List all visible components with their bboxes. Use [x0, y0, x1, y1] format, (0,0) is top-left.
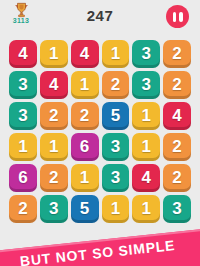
tile[interactable]: 1	[71, 164, 99, 192]
tile[interactable]: 4	[132, 164, 160, 192]
promo-banner: BUT NOT SO SIMPLE	[0, 228, 200, 266]
tile[interactable]: 1	[40, 133, 68, 161]
tile[interactable]: 2	[40, 164, 68, 192]
tile[interactable]: 3	[9, 102, 37, 130]
tile[interactable]: 2	[163, 71, 191, 99]
tile[interactable]: 3	[163, 195, 191, 223]
tile[interactable]: 3	[40, 195, 68, 223]
tile[interactable]: 2	[40, 102, 68, 130]
tile[interactable]: 1	[40, 40, 68, 68]
tile[interactable]: 2	[163, 164, 191, 192]
header-bar: 3113 247	[0, 0, 200, 36]
tile[interactable]: 5	[71, 195, 99, 223]
tile[interactable]: 1	[9, 133, 37, 161]
tile[interactable]: 3	[132, 71, 160, 99]
tile[interactable]: 1	[132, 195, 160, 223]
tile[interactable]: 1	[102, 195, 130, 223]
tile[interactable]: 1	[102, 40, 130, 68]
trophy-button[interactable]: 3113	[7, 2, 35, 24]
tile-grid: 414132341232322514116312621342235113	[9, 40, 191, 223]
tile[interactable]: 3	[132, 40, 160, 68]
trophy-icon	[7, 2, 35, 18]
tile[interactable]: 5	[102, 102, 130, 130]
tile[interactable]: 2	[9, 195, 37, 223]
pause-icon	[173, 12, 183, 22]
tile[interactable]: 6	[9, 164, 37, 192]
pause-button[interactable]	[166, 5, 189, 28]
game-screen: 3113 247 4141323412323225141163126213422…	[0, 0, 200, 266]
tile[interactable]: 4	[163, 102, 191, 130]
score-label: 247	[40, 7, 160, 24]
best-score-label: 3113	[7, 17, 35, 24]
tile[interactable]: 3	[9, 71, 37, 99]
tile[interactable]: 4	[9, 40, 37, 68]
promo-banner-text: BUT NOT SO SIMPLE	[0, 230, 200, 266]
tile[interactable]: 4	[71, 40, 99, 68]
tile[interactable]: 1	[132, 133, 160, 161]
tile[interactable]: 1	[132, 102, 160, 130]
tile[interactable]: 3	[102, 133, 130, 161]
tile[interactable]: 2	[163, 133, 191, 161]
tile[interactable]: 2	[163, 40, 191, 68]
tile[interactable]: 3	[102, 164, 130, 192]
tile[interactable]: 4	[40, 71, 68, 99]
tile[interactable]: 2	[71, 102, 99, 130]
tile[interactable]: 6	[71, 133, 99, 161]
tile[interactable]: 1	[71, 71, 99, 99]
tile[interactable]: 2	[102, 71, 130, 99]
